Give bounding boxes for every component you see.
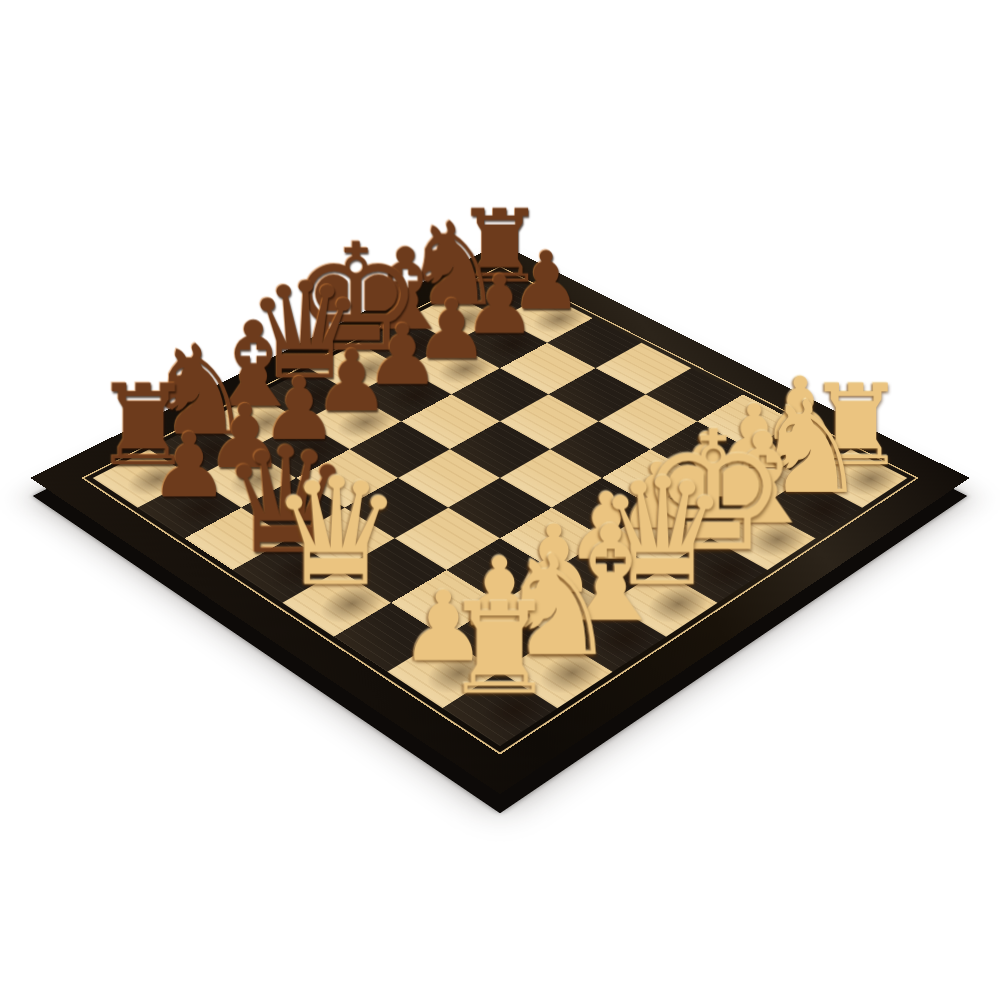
- chess-board: ♜♞♝♛♚♝♞♜♟♟♟♟♟♟♟♟♛♛♟♟♟♟♟♟♟♟♜♞♝♛♚♝♞♜: [30, 243, 969, 794]
- board-frame: ♜♞♝♛♚♝♞♜♟♟♟♟♟♟♟♟♛♛♟♟♟♟♟♟♟♟♜♞♝♛♚♝♞♜: [30, 243, 969, 794]
- product-photo-scene: ♜♞♝♛♚♝♞♜♟♟♟♟♟♟♟♟♛♛♟♟♟♟♟♟♟♟♜♞♝♛♚♝♞♜: [0, 0, 1000, 1000]
- white-rook-a1: ♜: [374, 582, 626, 716]
- board-grid: ♜♞♝♛♚♝♞♜♟♟♟♟♟♟♟♟♛♛♟♟♟♟♟♟♟♟♜♞♝♛♚♝♞♜: [93, 271, 908, 746]
- square-a1: ♜: [443, 672, 558, 746]
